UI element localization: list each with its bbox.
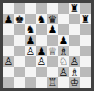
square-h5[interactable] <box>80 35 91 46</box>
square-f6[interactable] <box>58 24 69 35</box>
square-h2[interactable] <box>80 67 91 78</box>
piece-white-queen[interactable]: ♕ <box>48 46 57 56</box>
square-a7[interactable]: ♟ <box>3 14 14 25</box>
piece-black-pawn[interactable]: ♟ <box>48 24 57 34</box>
square-h1[interactable] <box>80 77 91 88</box>
square-b6[interactable] <box>14 24 25 35</box>
square-d3[interactable]: ♙ <box>36 56 47 67</box>
square-a8[interactable] <box>3 3 14 14</box>
square-h7[interactable]: ♜ <box>80 14 91 25</box>
square-a3[interactable]: ♙ <box>3 56 14 67</box>
piece-black-pawn[interactable]: ♟ <box>26 35 35 45</box>
square-h8[interactable] <box>80 3 91 14</box>
square-e7[interactable]: ♛ <box>47 14 58 25</box>
square-c2[interactable] <box>25 67 36 78</box>
piece-black-pawn[interactable]: ♟ <box>37 46 46 56</box>
square-f7[interactable] <box>58 14 69 25</box>
square-f2[interactable]: ♙ <box>58 67 69 78</box>
piece-white-pawn[interactable]: ♙ <box>59 67 68 77</box>
square-c5[interactable]: ♟ <box>25 35 36 46</box>
square-f3[interactable]: ♘ <box>58 56 69 67</box>
square-g2[interactable]: ♗ <box>69 67 80 78</box>
square-b2[interactable] <box>14 67 25 78</box>
square-h3[interactable] <box>80 56 91 67</box>
piece-white-rook[interactable]: ♖ <box>48 77 57 87</box>
square-a4[interactable] <box>3 46 14 57</box>
piece-black-knight[interactable]: ♞ <box>37 14 46 24</box>
piece-black-knight[interactable]: ♞ <box>26 24 35 34</box>
square-h6[interactable] <box>80 24 91 35</box>
square-d7[interactable]: ♞ <box>36 14 47 25</box>
square-e6[interactable]: ♟ <box>47 24 58 35</box>
square-d1[interactable] <box>36 77 47 88</box>
square-e1[interactable]: ♖ <box>47 77 58 88</box>
square-b3[interactable] <box>14 56 25 67</box>
square-f4[interactable]: ♗ <box>58 46 69 57</box>
square-c8[interactable] <box>25 3 36 14</box>
square-g8[interactable]: ♜ <box>69 3 80 14</box>
piece-white-pawn[interactable]: ♙ <box>70 56 79 66</box>
square-a2[interactable] <box>3 67 14 78</box>
piece-black-queen[interactable]: ♛ <box>48 14 57 24</box>
square-g6[interactable] <box>69 24 80 35</box>
piece-black-pawn[interactable]: ♟ <box>59 35 68 45</box>
square-g4[interactable] <box>69 46 80 57</box>
square-d8[interactable] <box>36 3 47 14</box>
square-e8[interactable] <box>47 3 58 14</box>
piece-white-knight[interactable]: ♘ <box>59 56 68 66</box>
square-d5[interactable] <box>36 35 47 46</box>
square-f1[interactable] <box>58 77 69 88</box>
square-b8[interactable] <box>14 3 25 14</box>
square-c7[interactable] <box>25 14 36 25</box>
piece-white-pawn[interactable]: ♙ <box>37 56 46 66</box>
piece-black-rook[interactable]: ♜ <box>81 14 90 24</box>
piece-white-pawn[interactable]: ♙ <box>26 46 35 56</box>
square-c3[interactable] <box>25 56 36 67</box>
square-b1[interactable] <box>14 77 25 88</box>
square-d2[interactable] <box>36 67 47 78</box>
piece-black-king[interactable]: ♚ <box>15 14 24 24</box>
chess-board: ♜♟♚♞♛♜♞♟♟♟♙♟♕♗♙♙♘♙♙♗♖♔ <box>3 3 91 88</box>
square-d6[interactable] <box>36 24 47 35</box>
square-c6[interactable]: ♞ <box>25 24 36 35</box>
square-e3[interactable] <box>47 56 58 67</box>
square-f8[interactable] <box>58 3 69 14</box>
square-b4[interactable] <box>14 46 25 57</box>
square-e4[interactable]: ♕ <box>47 46 58 57</box>
piece-black-pawn[interactable]: ♟ <box>4 14 13 24</box>
square-g5[interactable] <box>69 35 80 46</box>
square-e2[interactable] <box>47 67 58 78</box>
square-a1[interactable] <box>3 77 14 88</box>
piece-white-bishop[interactable]: ♗ <box>70 67 79 77</box>
piece-white-bishop[interactable]: ♗ <box>59 46 68 56</box>
square-c4[interactable]: ♙ <box>25 46 36 57</box>
square-e5[interactable] <box>47 35 58 46</box>
square-g7[interactable] <box>69 14 80 25</box>
square-a5[interactable] <box>3 35 14 46</box>
square-c1[interactable] <box>25 77 36 88</box>
square-b7[interactable]: ♚ <box>14 14 25 25</box>
piece-white-king[interactable]: ♔ <box>70 77 79 87</box>
square-d4[interactable]: ♟ <box>36 46 47 57</box>
square-g3[interactable]: ♙ <box>69 56 80 67</box>
square-b5[interactable] <box>14 35 25 46</box>
square-h4[interactable] <box>80 46 91 57</box>
piece-white-pawn[interactable]: ♙ <box>4 56 13 66</box>
chessboard-frame: ♜♟♚♞♛♜♞♟♟♟♙♟♕♗♙♙♘♙♙♗♖♔ <box>0 0 94 91</box>
square-f5[interactable]: ♟ <box>58 35 69 46</box>
piece-black-rook[interactable]: ♜ <box>70 3 79 13</box>
square-a6[interactable] <box>3 24 14 35</box>
square-g1[interactable]: ♔ <box>69 77 80 88</box>
